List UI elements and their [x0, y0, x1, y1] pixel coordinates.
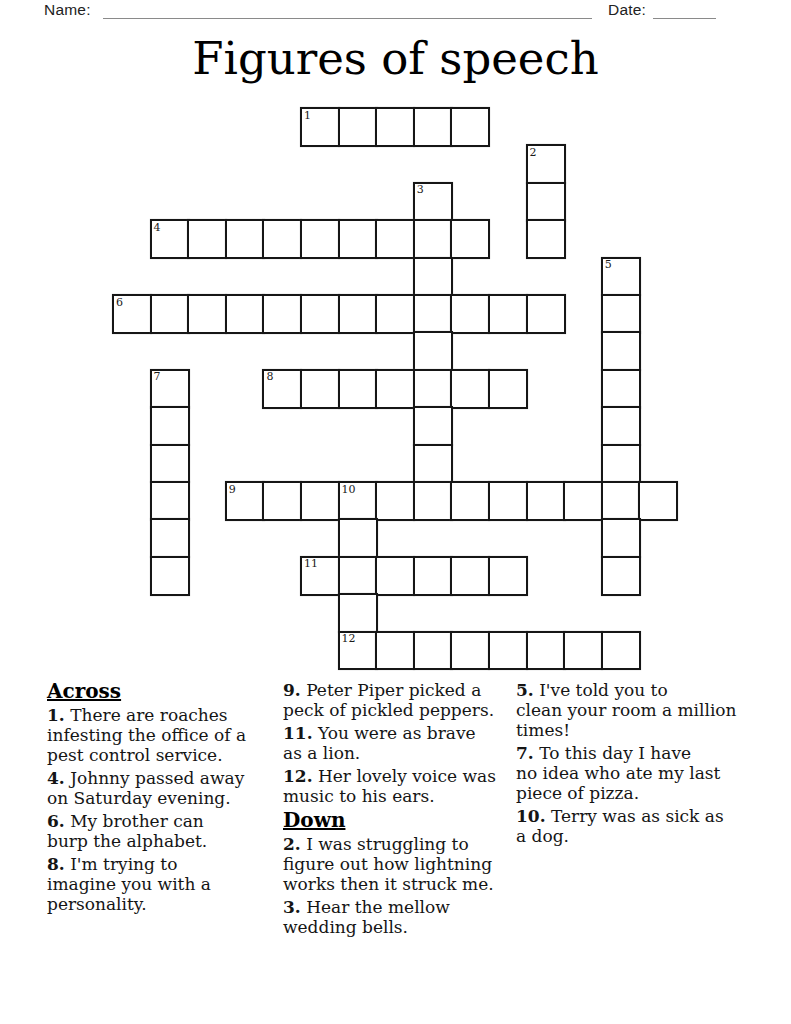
clue-11: 11. You were as brave as a lion. [283, 723, 509, 763]
grid-cell-r14c8[interactable] [413, 631, 453, 671]
clue-number-label: 9. [283, 680, 301, 700]
clue-number-label: 6. [47, 811, 65, 831]
clue-number-label: 5. [516, 680, 534, 700]
grid-cell-r10c12[interactable] [563, 481, 603, 521]
grid-cell-r5c6[interactable] [338, 294, 378, 334]
clue-12: 12. Her lovely voice was music to his ea… [283, 766, 509, 806]
grid-clue-number-4: 4 [154, 222, 161, 234]
grid-cell-r14c7[interactable] [375, 631, 415, 671]
clue-text: I'm trying to imagine you with a persona… [47, 854, 211, 914]
clue-column-3: 5. I've told you to clean your room a mi… [516, 680, 756, 849]
crossword-grid: 123456789101112 [112, 107, 680, 672]
grid-cell-r10c1[interactable] [150, 481, 190, 521]
grid-cell-r3c1[interactable]: 4 [150, 219, 190, 259]
clue-text: There are roaches infesting the office o… [47, 705, 246, 765]
grid-cell-r1c11[interactable]: 2 [526, 144, 566, 184]
grid-cell-r5c10[interactable] [488, 294, 528, 334]
grid-cell-r6c8[interactable] [413, 331, 453, 371]
grid-cell-r5c7[interactable] [375, 294, 415, 334]
grid-cell-r14c10[interactable] [488, 631, 528, 671]
grid-cell-r7c9[interactable] [450, 369, 490, 409]
grid-clue-number-6: 6 [116, 297, 123, 309]
grid-cell-r14c12[interactable] [563, 631, 603, 671]
grid-cell-r12c5[interactable]: 11 [300, 556, 340, 596]
grid-cell-r0c5[interactable]: 1 [300, 107, 340, 147]
grid-cell-r7c8[interactable] [413, 369, 453, 409]
grid-cell-r5c9[interactable] [450, 294, 490, 334]
clue-10: 10. Terry was as sick as a dog. [516, 806, 756, 846]
grid-cell-r14c11[interactable] [526, 631, 566, 671]
grid-cell-r2c11[interactable] [526, 182, 566, 222]
grid-cell-r12c6[interactable] [338, 556, 378, 596]
grid-cell-r7c6[interactable] [338, 369, 378, 409]
grid-cell-r8c8[interactable] [413, 406, 453, 446]
grid-cell-r12c9[interactable] [450, 556, 490, 596]
clue-text: I was struggling to figure out how light… [283, 834, 494, 894]
grid-cell-r5c11[interactable] [526, 294, 566, 334]
clue-2: 2. I was struggling to figure out how li… [283, 834, 509, 894]
grid-cell-r7c5[interactable] [300, 369, 340, 409]
grid-cell-r3c11[interactable] [526, 219, 566, 259]
clue-text: Johnny passed away on Saturday evening. [47, 768, 244, 808]
grid-cell-r10c13[interactable] [601, 481, 641, 521]
clue-column-1: Across1. There are roaches infesting the… [47, 680, 275, 917]
grid-cell-r11c13[interactable] [601, 518, 641, 558]
grid-cell-r11c6[interactable] [338, 518, 378, 558]
grid-cell-r10c9[interactable] [450, 481, 490, 521]
clue-text: Peter Piper picked a peck of pickled pep… [283, 680, 494, 720]
grid-cell-r3c2[interactable] [187, 219, 227, 259]
grid-cell-r7c1[interactable]: 7 [150, 369, 190, 409]
page-title: Figures of speech [0, 36, 791, 81]
grid-cell-r5c13[interactable] [601, 294, 641, 334]
grid-cell-r4c13[interactable]: 5 [601, 257, 641, 297]
grid-cell-r10c3[interactable]: 9 [225, 481, 265, 521]
grid-cell-r12c10[interactable] [488, 556, 528, 596]
grid-cell-r12c1[interactable] [150, 556, 190, 596]
clue-number-label: 8. [47, 854, 65, 874]
grid-cell-r14c6[interactable]: 12 [338, 631, 378, 671]
clue-text: I've told you to clean your room a milli… [516, 680, 737, 740]
grid-cell-r5c8[interactable] [413, 294, 453, 334]
clue-1: 1. There are roaches infesting the offic… [47, 705, 275, 765]
grid-cell-r8c1[interactable] [150, 406, 190, 446]
clue-text: To this day I have no idea who ate my la… [516, 743, 720, 803]
grid-cell-r12c8[interactable] [413, 556, 453, 596]
grid-cell-r10c5[interactable] [300, 481, 340, 521]
grid-cell-r10c14[interactable] [638, 481, 678, 521]
grid-cell-r0c7[interactable] [375, 107, 415, 147]
clue-number-label: 7. [516, 743, 534, 763]
grid-cell-r10c4[interactable] [262, 481, 302, 521]
grid-cell-r10c6[interactable]: 10 [338, 481, 378, 521]
grid-cell-r8c13[interactable] [601, 406, 641, 446]
clue-number-label: 10. [516, 806, 546, 826]
grid-cell-r9c13[interactable] [601, 444, 641, 484]
grid-cell-r14c13[interactable] [601, 631, 641, 671]
clue-6: 6. My brother can burp the alphabet. [47, 811, 275, 851]
clue-section-header-down: Down [283, 809, 509, 831]
grid-cell-r2c8[interactable]: 3 [413, 182, 453, 222]
clue-column-2: 9. Peter Piper picked a peck of pickled … [283, 680, 509, 940]
grid-cell-r5c5[interactable] [300, 294, 340, 334]
grid-cell-r3c6[interactable] [338, 219, 378, 259]
clue-text: Her lovely voice was music to his ears. [283, 766, 496, 806]
grid-cell-r0c9[interactable] [450, 107, 490, 147]
grid-cell-r0c8[interactable] [413, 107, 453, 147]
grid-cell-r3c4[interactable] [262, 219, 302, 259]
grid-cell-r12c7[interactable] [375, 556, 415, 596]
worksheet-page: Name: Date: Figures of speech 1234567891… [0, 0, 791, 1024]
grid-cell-r5c4[interactable] [262, 294, 302, 334]
grid-clue-number-10: 10 [342, 484, 356, 496]
grid-cell-r3c7[interactable] [375, 219, 415, 259]
grid-cell-r12c13[interactable] [601, 556, 641, 596]
date-label: Date: [608, 1, 646, 19]
grid-cell-r5c2[interactable] [187, 294, 227, 334]
clue-number-label: 4. [47, 768, 65, 788]
clue-number-label: 11. [283, 723, 313, 743]
grid-cell-r13c6[interactable] [338, 593, 378, 633]
grid-cell-r11c1[interactable] [150, 518, 190, 558]
grid-cell-r10c7[interactable] [375, 481, 415, 521]
name-label: Name: [44, 1, 91, 19]
grid-cell-r9c1[interactable] [150, 444, 190, 484]
grid-clue-number-5: 5 [605, 259, 612, 271]
grid-cell-r14c9[interactable] [450, 631, 490, 671]
grid-cell-r0c6[interactable] [338, 107, 378, 147]
clue-text: Hear the mellow wedding bells. [283, 897, 450, 937]
grid-cell-r7c7[interactable] [375, 369, 415, 409]
grid-cell-r3c8[interactable] [413, 219, 453, 259]
clue-5: 5. I've told you to clean your room a mi… [516, 680, 756, 740]
clue-number-label: 2. [283, 834, 301, 854]
clue-8: 8. I'm trying to imagine you with a pers… [47, 854, 275, 914]
clue-number-label: 1. [47, 705, 65, 725]
grid-cell-r6c13[interactable] [601, 331, 641, 371]
grid-cell-r4c8[interactable] [413, 257, 453, 297]
grid-cell-r10c11[interactable] [526, 481, 566, 521]
grid-cell-r3c5[interactable] [300, 219, 340, 259]
clue-number-label: 12. [283, 766, 313, 786]
grid-clue-number-8: 8 [266, 371, 273, 383]
grid-cell-r5c0[interactable]: 6 [112, 294, 152, 334]
clue-7: 7. To this day I have no idea who ate my… [516, 743, 756, 803]
grid-clue-number-2: 2 [530, 147, 537, 159]
grid-clue-number-1: 1 [304, 110, 311, 122]
grid-cell-r5c1[interactable] [150, 294, 190, 334]
grid-cell-r3c9[interactable] [450, 219, 490, 259]
clue-section-header-across: Across [47, 680, 275, 702]
grid-cell-r7c13[interactable] [601, 369, 641, 409]
clue-text: My brother can burp the alphabet. [47, 811, 207, 851]
grid-cell-r10c8[interactable] [413, 481, 453, 521]
grid-cell-r10c10[interactable] [488, 481, 528, 521]
grid-cell-r9c8[interactable] [413, 444, 453, 484]
grid-clue-number-12: 12 [342, 633, 356, 645]
grid-cell-r3c3[interactable] [225, 219, 265, 259]
grid-clue-number-7: 7 [154, 371, 161, 383]
date-blank-line[interactable] [653, 2, 716, 19]
clue-4: 4. Johnny passed away on Saturday evenin… [47, 768, 275, 808]
grid-clue-number-9: 9 [229, 484, 236, 496]
clue-text: Terry was as sick as a dog. [516, 806, 724, 846]
grid-clue-number-11: 11 [304, 558, 318, 570]
name-blank-line[interactable] [103, 2, 592, 19]
grid-cell-r7c10[interactable] [488, 369, 528, 409]
grid-cell-r7c4[interactable]: 8 [262, 369, 302, 409]
grid-clue-number-3: 3 [417, 184, 424, 196]
clue-number-label: 3. [283, 897, 301, 917]
clue-3: 3. Hear the mellow wedding bells. [283, 897, 509, 937]
clue-9: 9. Peter Piper picked a peck of pickled … [283, 680, 509, 720]
grid-cell-r5c3[interactable] [225, 294, 265, 334]
